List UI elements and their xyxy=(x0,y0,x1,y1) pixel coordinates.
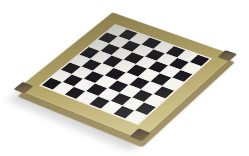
board-grid xyxy=(42,25,209,123)
board-frame xyxy=(17,12,235,140)
chess-board xyxy=(17,12,235,140)
product-photo-scene xyxy=(0,0,249,156)
